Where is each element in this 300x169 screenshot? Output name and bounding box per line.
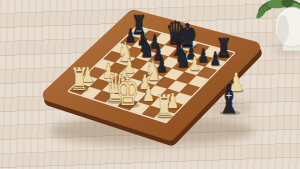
piece-black-knight-f6[interactable]: ♞ xyxy=(175,43,191,72)
scene-svg: ♜♛♚♜♟♟♟♝♟♟♟♞♟♞♟♞♟♟♞♟♟♟♝♟♟♜♛♚♜♟♝ xyxy=(0,0,300,169)
piece-white-king-e1[interactable]: ♚ xyxy=(116,68,140,115)
piece-white-rook-h1[interactable]: ♜ xyxy=(155,89,174,124)
captured-black-bishop[interactable]: ♝ xyxy=(217,77,240,123)
piece-white-pawn-g6[interactable]: ♟ xyxy=(189,53,200,75)
piece-white-pawn-f2[interactable]: ♟ xyxy=(142,82,154,106)
chess-set-photo: ♜♛♚♜♟♟♟♝♟♟♟♞♟♞♟♞♟♟♞♟♟♟♝♟♟♜♛♚♜♟♝ xyxy=(0,0,300,169)
piece-black-pawn-h7[interactable]: ♟ xyxy=(210,49,221,70)
piece-white-rook-a1[interactable]: ♜ xyxy=(70,62,89,97)
plant-pot-shading xyxy=(277,15,289,43)
